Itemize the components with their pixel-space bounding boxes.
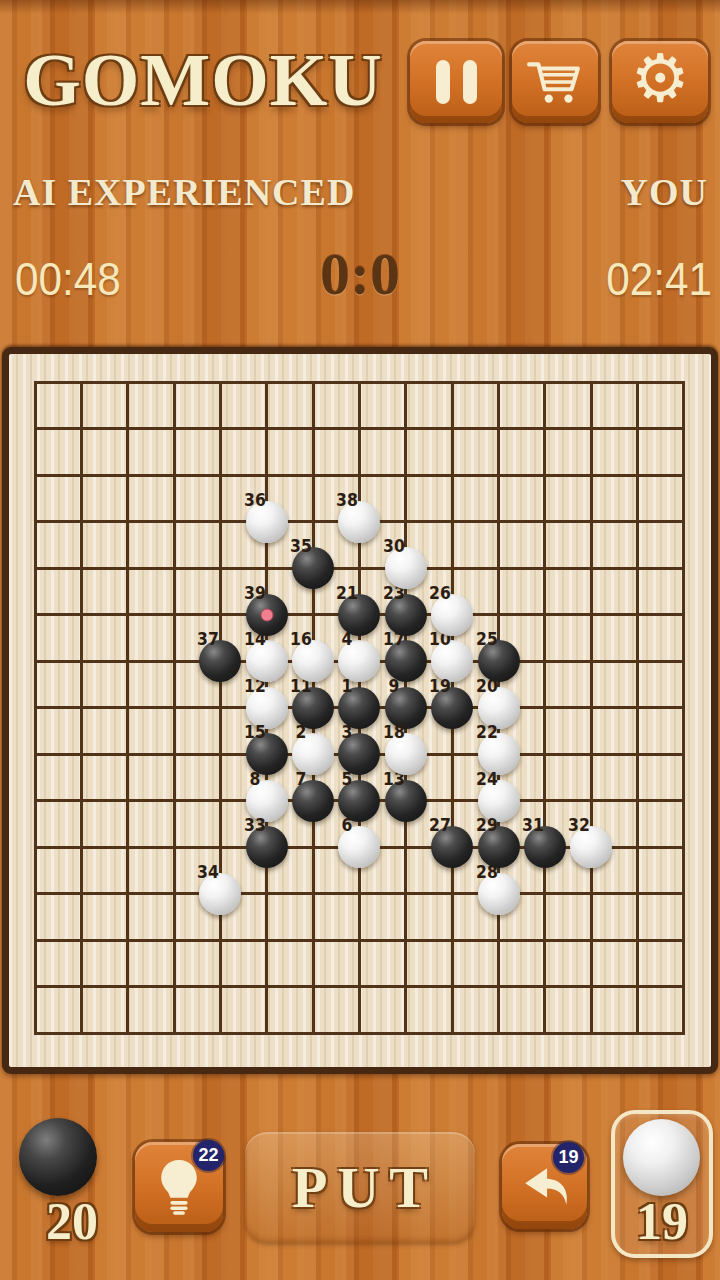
match-score: 0:0 xyxy=(260,240,460,309)
settings-button[interactable]: ⚙ xyxy=(612,41,708,123)
board-cell[interactable] xyxy=(546,849,592,896)
board-cell[interactable] xyxy=(222,477,268,524)
board-cell[interactable] xyxy=(176,663,222,710)
board-cell[interactable] xyxy=(407,895,453,942)
board-cell[interactable] xyxy=(500,523,546,570)
board-cell[interactable] xyxy=(268,988,314,1035)
black-stone-count: 20 xyxy=(12,1192,132,1251)
board-cell[interactable] xyxy=(129,802,175,849)
board-cell[interactable] xyxy=(407,942,453,989)
white-stone-indicator xyxy=(623,1119,700,1196)
board-cell[interactable] xyxy=(129,756,175,803)
board-cell[interactable] xyxy=(593,663,639,710)
board-cell[interactable] xyxy=(83,523,129,570)
board-cell[interactable] xyxy=(268,709,314,756)
board-cell[interactable] xyxy=(593,570,639,617)
board-cell[interactable] xyxy=(407,756,453,803)
board-cell[interactable] xyxy=(37,430,83,477)
board-cell[interactable] xyxy=(454,570,500,617)
board-cell[interactable] xyxy=(639,849,685,896)
board-cell[interactable] xyxy=(407,849,453,896)
board-cell[interactable] xyxy=(176,523,222,570)
board-cell[interactable] xyxy=(407,477,453,524)
board-cell[interactable] xyxy=(37,849,83,896)
app-title: GOMOKU xyxy=(8,30,398,130)
board-cell[interactable] xyxy=(500,988,546,1035)
board-cell[interactable] xyxy=(593,849,639,896)
board-cell[interactable] xyxy=(83,709,129,756)
board-cell[interactable] xyxy=(268,802,314,849)
board-cell[interactable] xyxy=(639,523,685,570)
board-cell[interactable] xyxy=(546,709,592,756)
board-cell[interactable] xyxy=(222,430,268,477)
board-cell[interactable] xyxy=(639,802,685,849)
board-cell[interactable] xyxy=(315,988,361,1035)
board-cell[interactable] xyxy=(546,477,592,524)
lightbulb-icon xyxy=(159,1159,199,1215)
board-cell[interactable] xyxy=(268,430,314,477)
put-button[interactable]: PUT xyxy=(245,1132,475,1243)
shop-button[interactable] xyxy=(512,41,598,123)
board-cell[interactable] xyxy=(83,988,129,1035)
board-cell[interactable] xyxy=(593,477,639,524)
board-cell[interactable] xyxy=(315,616,361,663)
put-button-label: PUT xyxy=(282,1154,438,1221)
board-cell[interactable] xyxy=(315,570,361,617)
board-cell[interactable] xyxy=(83,616,129,663)
board-cell[interactable] xyxy=(83,895,129,942)
board-cell[interactable] xyxy=(222,523,268,570)
board-cell[interactable] xyxy=(37,802,83,849)
board-cell[interactable] xyxy=(268,570,314,617)
board-cell[interactable] xyxy=(222,756,268,803)
board-cell[interactable] xyxy=(639,430,685,477)
board-cell[interactable] xyxy=(222,895,268,942)
board-cell[interactable] xyxy=(176,570,222,617)
board-cell[interactable] xyxy=(315,384,361,431)
board-cell[interactable] xyxy=(129,895,175,942)
board-cell[interactable] xyxy=(454,384,500,431)
board-cell[interactable] xyxy=(500,756,546,803)
board-cell[interactable] xyxy=(639,988,685,1035)
board-cell[interactable] xyxy=(129,384,175,431)
board-grid[interactable] xyxy=(34,381,686,1035)
board-cell[interactable] xyxy=(454,895,500,942)
board-cell[interactable] xyxy=(454,523,500,570)
board-cell[interactable] xyxy=(129,430,175,477)
undo-count-badge: 19 xyxy=(553,1142,584,1173)
board-cell[interactable] xyxy=(407,570,453,617)
board-cell[interactable] xyxy=(500,663,546,710)
board-cell[interactable] xyxy=(315,942,361,989)
board-cell[interactable] xyxy=(407,802,453,849)
board-cell[interactable] xyxy=(639,942,685,989)
board-cell[interactable] xyxy=(546,988,592,1035)
board-cell[interactable] xyxy=(37,477,83,524)
board-cell[interactable] xyxy=(454,709,500,756)
board-cell[interactable] xyxy=(176,802,222,849)
board-cell[interactable] xyxy=(454,477,500,524)
board-cell[interactable] xyxy=(361,430,407,477)
board-cell[interactable] xyxy=(37,570,83,617)
board-cell[interactable] xyxy=(176,709,222,756)
board-cell[interactable] xyxy=(268,895,314,942)
board-cell[interactable] xyxy=(83,430,129,477)
board-cell[interactable] xyxy=(129,523,175,570)
board-cell[interactable] xyxy=(268,384,314,431)
board-cell[interactable] xyxy=(361,384,407,431)
board-cell[interactable] xyxy=(222,384,268,431)
board-cell[interactable] xyxy=(407,663,453,710)
board-cell[interactable] xyxy=(176,756,222,803)
board-cell[interactable] xyxy=(639,663,685,710)
board-cell[interactable] xyxy=(361,663,407,710)
board-cell[interactable] xyxy=(546,616,592,663)
board-cell[interactable] xyxy=(37,988,83,1035)
board-cell[interactable] xyxy=(593,988,639,1035)
board-cell[interactable] xyxy=(222,616,268,663)
board-cell[interactable] xyxy=(361,616,407,663)
hint-count-badge: 22 xyxy=(193,1140,224,1171)
board-cell[interactable] xyxy=(546,430,592,477)
board-cell[interactable] xyxy=(454,616,500,663)
board-cell[interactable] xyxy=(129,849,175,896)
board-cell[interactable] xyxy=(593,523,639,570)
board-cell[interactable] xyxy=(639,477,685,524)
board-cell[interactable] xyxy=(593,384,639,431)
board-cell[interactable] xyxy=(37,616,83,663)
board-cell[interactable] xyxy=(361,477,407,524)
board-cell[interactable] xyxy=(37,523,83,570)
board-cell[interactable] xyxy=(315,663,361,710)
board-cell[interactable] xyxy=(222,570,268,617)
board-cell[interactable] xyxy=(361,942,407,989)
board-cell[interactable] xyxy=(315,523,361,570)
board-cell[interactable] xyxy=(176,477,222,524)
board-cell[interactable] xyxy=(268,756,314,803)
board-cell[interactable] xyxy=(593,709,639,756)
board-cell[interactable] xyxy=(407,430,453,477)
board-cell[interactable] xyxy=(454,430,500,477)
board-cell[interactable] xyxy=(361,570,407,617)
board-cell[interactable] xyxy=(37,663,83,710)
board-cell[interactable] xyxy=(83,477,129,524)
player-timer: 02:41 xyxy=(606,252,712,306)
board-cell[interactable] xyxy=(176,895,222,942)
board-cell[interactable] xyxy=(129,709,175,756)
board-cell[interactable] xyxy=(222,709,268,756)
board-cell[interactable] xyxy=(500,430,546,477)
opponent-name: AI EXPERIENCED xyxy=(13,170,355,214)
board-cell[interactable] xyxy=(268,663,314,710)
cart-icon xyxy=(526,57,584,107)
board-cell[interactable] xyxy=(500,895,546,942)
board-cell[interactable] xyxy=(361,849,407,896)
board-cell[interactable] xyxy=(454,849,500,896)
board-cell[interactable] xyxy=(176,384,222,431)
board-cell[interactable] xyxy=(361,709,407,756)
board-cell[interactable] xyxy=(639,709,685,756)
board-cell[interactable] xyxy=(639,756,685,803)
board-cell[interactable] xyxy=(500,384,546,431)
board-cell[interactable] xyxy=(639,384,685,431)
board-cell[interactable] xyxy=(454,802,500,849)
board-cell[interactable] xyxy=(176,430,222,477)
player-name: YOU xyxy=(621,170,708,214)
board-cell[interactable] xyxy=(129,942,175,989)
board-cell[interactable] xyxy=(268,477,314,524)
board-cell[interactable] xyxy=(37,895,83,942)
board-cell[interactable] xyxy=(454,663,500,710)
board-cell[interactable] xyxy=(37,756,83,803)
board-cell[interactable] xyxy=(361,988,407,1035)
black-stone-indicator xyxy=(19,1118,97,1196)
board-cell[interactable] xyxy=(176,988,222,1035)
board-cell[interactable] xyxy=(546,523,592,570)
board-cell[interactable] xyxy=(83,849,129,896)
board-cell[interactable] xyxy=(315,709,361,756)
board-cell[interactable] xyxy=(129,663,175,710)
board-cell[interactable] xyxy=(593,756,639,803)
board-cell[interactable] xyxy=(315,477,361,524)
board-cell[interactable] xyxy=(315,756,361,803)
board-cell[interactable] xyxy=(454,988,500,1035)
board-cell[interactable] xyxy=(639,895,685,942)
board-cell[interactable] xyxy=(222,942,268,989)
board-cell[interactable] xyxy=(176,942,222,989)
gear-icon: ⚙ xyxy=(630,46,689,112)
board-cell[interactable] xyxy=(500,942,546,989)
board-cell[interactable] xyxy=(315,430,361,477)
board-cell[interactable] xyxy=(222,802,268,849)
board-cell[interactable] xyxy=(593,802,639,849)
board-cell[interactable] xyxy=(593,895,639,942)
board-cell[interactable] xyxy=(129,616,175,663)
board-cell[interactable] xyxy=(639,616,685,663)
board-cell[interactable] xyxy=(454,756,500,803)
board-cell[interactable] xyxy=(83,756,129,803)
board-cell[interactable] xyxy=(361,802,407,849)
board-cell[interactable] xyxy=(268,942,314,989)
board-cell[interactable] xyxy=(315,895,361,942)
board-cell[interactable] xyxy=(546,942,592,989)
board-cell[interactable] xyxy=(407,616,453,663)
board-cell[interactable] xyxy=(222,988,268,1035)
board-cell[interactable] xyxy=(361,895,407,942)
board-cell[interactable] xyxy=(176,616,222,663)
app-screen: GOMOKU ⚙ AI EXPERIENCED YOU 00:48 02:41 … xyxy=(0,0,720,1280)
board-cell[interactable] xyxy=(83,942,129,989)
board-cell[interactable] xyxy=(500,709,546,756)
board-cell[interactable] xyxy=(407,709,453,756)
white-stone-count: 19 xyxy=(611,1192,713,1251)
board-cell[interactable] xyxy=(407,988,453,1035)
board-cell[interactable] xyxy=(37,709,83,756)
board-cell[interactable] xyxy=(454,942,500,989)
board-cell[interactable] xyxy=(500,616,546,663)
board-cell[interactable] xyxy=(500,849,546,896)
pause-icon xyxy=(436,60,477,104)
board-cell[interactable] xyxy=(546,895,592,942)
board-cell[interactable] xyxy=(361,523,407,570)
board-cell[interactable] xyxy=(83,663,129,710)
board-cell[interactable] xyxy=(37,384,83,431)
board-cell[interactable] xyxy=(500,570,546,617)
board-cell[interactable] xyxy=(222,663,268,710)
board-cell[interactable] xyxy=(83,384,129,431)
board-cell[interactable] xyxy=(315,802,361,849)
board-cell[interactable] xyxy=(222,849,268,896)
board-cell[interactable] xyxy=(500,477,546,524)
board-cell[interactable] xyxy=(593,616,639,663)
board-cell[interactable] xyxy=(546,570,592,617)
opponent-timer: 00:48 xyxy=(15,252,121,306)
board-cell[interactable] xyxy=(639,570,685,617)
board-cell[interactable] xyxy=(129,477,175,524)
board-cell[interactable] xyxy=(268,616,314,663)
board-cell[interactable] xyxy=(593,430,639,477)
board-cell[interactable] xyxy=(593,942,639,989)
board-cell[interactable] xyxy=(37,942,83,989)
board-cell[interactable] xyxy=(176,849,222,896)
board-cell[interactable] xyxy=(315,849,361,896)
board-cell[interactable] xyxy=(361,756,407,803)
board-cell[interactable] xyxy=(83,802,129,849)
board-cell[interactable] xyxy=(129,570,175,617)
board-cell[interactable] xyxy=(268,849,314,896)
board-cell[interactable] xyxy=(83,570,129,617)
board-cell[interactable] xyxy=(129,988,175,1035)
pause-button[interactable] xyxy=(410,41,502,123)
board-cell[interactable] xyxy=(500,802,546,849)
board-cell[interactable] xyxy=(268,523,314,570)
board-cell[interactable] xyxy=(407,384,453,431)
board-cell[interactable] xyxy=(546,663,592,710)
board-cell[interactable] xyxy=(546,756,592,803)
board-cell[interactable] xyxy=(407,523,453,570)
board-cell[interactable] xyxy=(546,384,592,431)
board-cell[interactable] xyxy=(546,802,592,849)
